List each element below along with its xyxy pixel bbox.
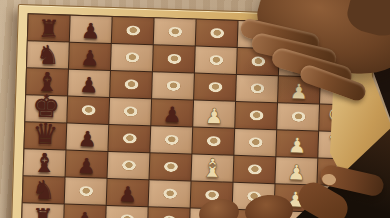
square-h4[interactable] xyxy=(196,20,238,47)
piece-wP-b2[interactable]: ♟ xyxy=(286,190,305,212)
photo-scene: ♜♟♟♜♞♟♟♞♝♟♟♚♟♟♚♛♟♟♛♝♟♝♟♝♞♟♟♞♜♟♟♜ xyxy=(0,0,390,218)
piece-wR-h1[interactable]: ♜ xyxy=(331,26,353,51)
peg-hole xyxy=(122,133,136,143)
square-d4[interactable] xyxy=(192,128,234,155)
piece-bN-g8[interactable]: ♞ xyxy=(36,42,60,69)
square-a7[interactable]: ♟ xyxy=(64,205,106,218)
peg-hole xyxy=(248,137,262,147)
piece-wP-d2[interactable]: ♟ xyxy=(287,136,306,158)
square-b5[interactable] xyxy=(149,180,191,207)
piece-bP-d7[interactable]: ♟ xyxy=(78,129,97,151)
peg-hole xyxy=(163,162,177,172)
square-b4[interactable] xyxy=(191,182,233,209)
peg-hole xyxy=(162,189,176,199)
square-f5[interactable] xyxy=(152,72,194,99)
square-b6[interactable]: ♟ xyxy=(107,179,149,206)
square-c8[interactable]: ♝ xyxy=(24,149,66,176)
square-d6[interactable] xyxy=(108,125,150,152)
peg-hole xyxy=(250,83,264,93)
piece-bP-f7[interactable]: ♟ xyxy=(79,75,98,97)
square-h2[interactable]: ♟ xyxy=(280,22,322,49)
peg-hole xyxy=(167,54,181,64)
piece-wP-g2[interactable]: ♟ xyxy=(290,55,309,77)
peg-hole xyxy=(209,55,223,65)
peg-hole xyxy=(124,79,138,89)
peg-hole xyxy=(126,25,140,35)
square-g6[interactable] xyxy=(111,44,153,71)
peg-hole xyxy=(251,56,265,66)
peg-hole xyxy=(120,214,134,218)
square-c7[interactable]: ♟ xyxy=(66,151,108,178)
square-c5[interactable] xyxy=(150,153,192,180)
peg-hole xyxy=(208,82,222,92)
peg-hole xyxy=(164,135,178,145)
piece-wP-f2[interactable]: ♟ xyxy=(289,82,308,104)
square-c6[interactable] xyxy=(108,152,150,179)
peg-hole xyxy=(210,28,224,38)
square-e2[interactable] xyxy=(277,103,319,130)
peg-hole xyxy=(247,164,261,174)
peg-hole xyxy=(162,216,176,218)
square-b7[interactable] xyxy=(65,178,107,205)
square-c4[interactable]: ♝ xyxy=(192,155,234,182)
square-e5[interactable]: ♟ xyxy=(151,99,193,126)
piece-bP-h7[interactable]: ♟ xyxy=(81,21,100,43)
peg-hole xyxy=(78,186,92,196)
piece-bN-b8[interactable]: ♞ xyxy=(32,177,56,204)
peg-hole xyxy=(81,105,95,115)
square-e3[interactable] xyxy=(235,102,277,129)
square-d2[interactable]: ♟ xyxy=(276,130,318,157)
square-a8[interactable]: ♜ xyxy=(22,203,64,218)
square-h5[interactable] xyxy=(154,18,196,45)
square-g5[interactable] xyxy=(153,45,195,72)
square-f7[interactable]: ♟ xyxy=(68,70,110,97)
square-a5[interactable] xyxy=(148,207,190,218)
square-f2[interactable]: ♟ xyxy=(278,76,320,103)
peg-hole xyxy=(123,106,137,116)
square-g8[interactable]: ♞ xyxy=(27,41,69,68)
square-d8[interactable]: ♛ xyxy=(24,122,66,149)
peg-hole xyxy=(168,27,182,37)
square-d3[interactable] xyxy=(234,129,276,156)
square-d7[interactable]: ♟ xyxy=(66,124,108,151)
square-f6[interactable] xyxy=(110,71,152,98)
square-g3[interactable] xyxy=(237,48,279,75)
peg-hole xyxy=(291,112,305,122)
square-h6[interactable] xyxy=(112,17,154,44)
piece-bP-a7[interactable]: ♟ xyxy=(75,210,94,218)
square-g7[interactable]: ♟ xyxy=(69,43,111,70)
square-c2[interactable]: ♟ xyxy=(275,157,317,184)
square-a6[interactable] xyxy=(106,206,148,218)
piece-bP-g7[interactable]: ♟ xyxy=(80,48,99,70)
square-b8[interactable]: ♞ xyxy=(23,176,65,203)
square-a4[interactable] xyxy=(190,209,232,218)
piece-bQ-d8[interactable]: ♛ xyxy=(32,120,59,150)
square-f4[interactable] xyxy=(194,74,236,101)
piece-wP-h2[interactable]: ♟ xyxy=(291,28,310,50)
peg-hole xyxy=(125,52,139,62)
square-b3[interactable] xyxy=(233,183,275,210)
peg-hole xyxy=(246,191,260,201)
square-h3[interactable] xyxy=(238,21,280,48)
piece-wP-e4[interactable]: ♟ xyxy=(204,106,223,128)
peg-hole xyxy=(121,160,135,170)
square-h7[interactable]: ♟ xyxy=(70,16,112,43)
square-c3[interactable] xyxy=(234,156,276,183)
peg-hole xyxy=(206,136,220,146)
square-e7[interactable] xyxy=(67,97,109,124)
chess-board[interactable]: ♜♟♟♜♞♟♟♞♝♟♟♚♟♟♚♛♟♟♛♝♟♝♟♝♞♟♟♞♜♟♟♜ xyxy=(21,13,365,218)
square-a3[interactable] xyxy=(232,210,274,218)
piece-wP-c2[interactable]: ♟ xyxy=(287,163,306,185)
square-e6[interactable] xyxy=(109,98,151,125)
peg-hole xyxy=(166,81,180,91)
piece-bP-e5[interactable]: ♟ xyxy=(162,105,181,127)
piece-bB-c8[interactable]: ♝ xyxy=(32,150,56,177)
peg-hole xyxy=(249,110,263,120)
square-g4[interactable] xyxy=(195,47,237,74)
piece-wB-c4[interactable]: ♝ xyxy=(200,155,224,182)
board-frame: ♜♟♟♜♞♟♟♞♝♟♟♚♟♟♚♛♟♟♛♝♟♝♟♝♞♟♟♞♜♟♟♜ xyxy=(11,4,375,218)
piece-bR-a8[interactable]: ♜ xyxy=(32,206,54,218)
square-d5[interactable] xyxy=(150,126,192,153)
peg-hole xyxy=(204,217,218,218)
piece-bR-h8[interactable]: ♜ xyxy=(38,17,60,42)
square-e4[interactable]: ♟ xyxy=(193,101,235,128)
square-h8[interactable]: ♜ xyxy=(28,14,70,41)
square-g2[interactable]: ♟ xyxy=(279,49,321,76)
piece-bP-b6[interactable]: ♟ xyxy=(118,184,137,206)
piece-bP-c7[interactable]: ♟ xyxy=(77,156,96,178)
peg-hole xyxy=(204,190,218,200)
peg-hole xyxy=(252,29,266,39)
square-f3[interactable] xyxy=(236,75,278,102)
